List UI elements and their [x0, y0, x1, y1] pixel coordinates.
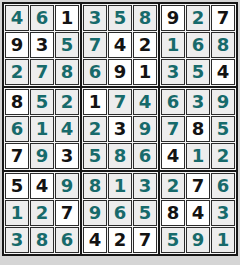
page: 4619352783587426919271683548526147931742…: [0, 0, 240, 258]
cell-r6c6[interactable]: 6: [133, 143, 157, 169]
cell-r7c8: 7: [186, 173, 210, 199]
cell-r9c9[interactable]: 1: [211, 227, 235, 253]
cell-r4c3[interactable]: 2: [55, 89, 79, 115]
cell-r6c9[interactable]: 2: [211, 143, 235, 169]
cell-r9c7[interactable]: 5: [161, 227, 185, 253]
cell-r4c2[interactable]: 5: [30, 89, 54, 115]
cell-r1c3: 1: [55, 5, 79, 31]
cell-r8c6[interactable]: 5: [133, 200, 157, 226]
cell-r8c3: 7: [55, 200, 79, 226]
cell-r9c8[interactable]: 9: [186, 227, 210, 253]
sudoku-box-1-1: 461935278: [4, 4, 80, 86]
cell-r9c6: 7: [133, 227, 157, 253]
cell-r3c3[interactable]: 8: [55, 59, 79, 85]
cell-r7c3[interactable]: 9: [55, 173, 79, 199]
cell-r4c9[interactable]: 9: [211, 89, 235, 115]
cell-r1c8[interactable]: 2: [186, 5, 210, 31]
cell-r7c4[interactable]: 8: [83, 173, 107, 199]
sudoku-box-1-3: 927168354: [160, 4, 236, 86]
cell-r3c1[interactable]: 2: [5, 59, 29, 85]
cell-r1c2[interactable]: 6: [30, 5, 54, 31]
cell-r2c7[interactable]: 1: [161, 32, 185, 58]
cell-r6c3: 3: [55, 143, 79, 169]
cell-r2c1: 9: [5, 32, 29, 58]
cell-r7c7[interactable]: 2: [161, 173, 185, 199]
cell-r6c2[interactable]: 9: [30, 143, 54, 169]
cell-r5c1[interactable]: 6: [5, 116, 29, 142]
cell-r3c6: 1: [133, 59, 157, 85]
cell-r8c2[interactable]: 2: [30, 200, 54, 226]
cell-r7c6[interactable]: 3: [133, 173, 157, 199]
sudoku-box-1-2: 358742691: [82, 4, 158, 86]
cell-r6c5[interactable]: 8: [108, 143, 132, 169]
cell-r4c7[interactable]: 6: [161, 89, 185, 115]
cell-r6c1: 7: [5, 143, 29, 169]
cell-r1c9: 7: [211, 5, 235, 31]
cell-r6c4[interactable]: 5: [83, 143, 107, 169]
cell-r5c3[interactable]: 4: [55, 116, 79, 142]
cell-r5c5: 3: [108, 116, 132, 142]
cell-r5c7[interactable]: 7: [161, 116, 185, 142]
cell-r9c5: 2: [108, 227, 132, 253]
cell-r2c3[interactable]: 5: [55, 32, 79, 58]
cell-r8c5[interactable]: 6: [108, 200, 132, 226]
cell-r4c4: 1: [83, 89, 107, 115]
cell-r7c1: 5: [5, 173, 29, 199]
sudoku-box-3-1: 549127386: [4, 172, 80, 254]
cell-r4c8[interactable]: 3: [186, 89, 210, 115]
cell-r2c9[interactable]: 8: [211, 32, 235, 58]
cell-r1c6[interactable]: 8: [133, 5, 157, 31]
cell-r3c9: 4: [211, 59, 235, 85]
cell-r8c8: 4: [186, 200, 210, 226]
cell-r3c2[interactable]: 7: [30, 59, 54, 85]
cell-r5c2[interactable]: 1: [30, 116, 54, 142]
cell-r2c6: 2: [133, 32, 157, 58]
cell-r3c5: 9: [108, 59, 132, 85]
cell-r3c4[interactable]: 6: [83, 59, 107, 85]
cell-r8c9[interactable]: 3: [211, 200, 235, 226]
cell-r6c7: 4: [161, 143, 185, 169]
sudoku-board: 4619352783587426919271683548526147931742…: [2, 2, 238, 256]
cell-r9c1[interactable]: 3: [5, 227, 29, 253]
cell-r2c5: 4: [108, 32, 132, 58]
cell-r2c4[interactable]: 7: [83, 32, 107, 58]
cell-r2c2: 3: [30, 32, 54, 58]
cell-r1c1[interactable]: 4: [5, 5, 29, 31]
cell-r7c9[interactable]: 6: [211, 173, 235, 199]
sudoku-box-2-3: 639785412: [160, 88, 236, 170]
sudoku-box-2-1: 852614793: [4, 88, 80, 170]
cell-r3c7[interactable]: 3: [161, 59, 185, 85]
cell-r5c4[interactable]: 2: [83, 116, 107, 142]
cell-r6c8[interactable]: 1: [186, 143, 210, 169]
cell-r7c5[interactable]: 1: [108, 173, 132, 199]
cell-r4c5[interactable]: 7: [108, 89, 132, 115]
cell-r8c7: 8: [161, 200, 185, 226]
cell-r4c6[interactable]: 4: [133, 89, 157, 115]
cell-r5c9[interactable]: 5: [211, 116, 235, 142]
cell-r1c5[interactable]: 5: [108, 5, 132, 31]
cell-r3c8[interactable]: 5: [186, 59, 210, 85]
sudoku-box-2-2: 174239586: [82, 88, 158, 170]
cell-r7c2: 4: [30, 173, 54, 199]
cell-r1c4[interactable]: 3: [83, 5, 107, 31]
cell-r8c1[interactable]: 1: [5, 200, 29, 226]
cell-r2c8[interactable]: 6: [186, 32, 210, 58]
cell-r5c8: 8: [186, 116, 210, 142]
sudoku-box-3-3: 276843591: [160, 172, 236, 254]
cell-r4c1: 8: [5, 89, 29, 115]
sudoku-box-3-2: 813965427: [82, 172, 158, 254]
cell-r8c4[interactable]: 9: [83, 200, 107, 226]
cell-r9c4: 4: [83, 227, 107, 253]
cell-r9c2[interactable]: 8: [30, 227, 54, 253]
cell-r9c3[interactable]: 6: [55, 227, 79, 253]
cell-r1c7: 9: [161, 5, 185, 31]
cell-r5c6[interactable]: 9: [133, 116, 157, 142]
